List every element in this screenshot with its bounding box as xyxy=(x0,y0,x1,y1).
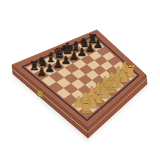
piece-white-rook-undefined1: ♜ xyxy=(79,98,94,117)
folding-chess-box: ♜♞♟♝♟♚♟♛♟♝♟♞♟♜♟♟♟♜♟♟♞♟♝♟♚♟♛♟♝♟♞♜ xyxy=(0,0,160,160)
chess-set-product-photo: ♜♞♟♝♟♚♟♛♟♝♟♞♟♜♟♟♟♜♟♟♞♟♝♟♚♟♛♟♝♟♞♜ xyxy=(0,0,160,160)
clasp-keyhole xyxy=(39,93,41,95)
piece-black-pawn-undefined7: ♟ xyxy=(37,66,47,79)
